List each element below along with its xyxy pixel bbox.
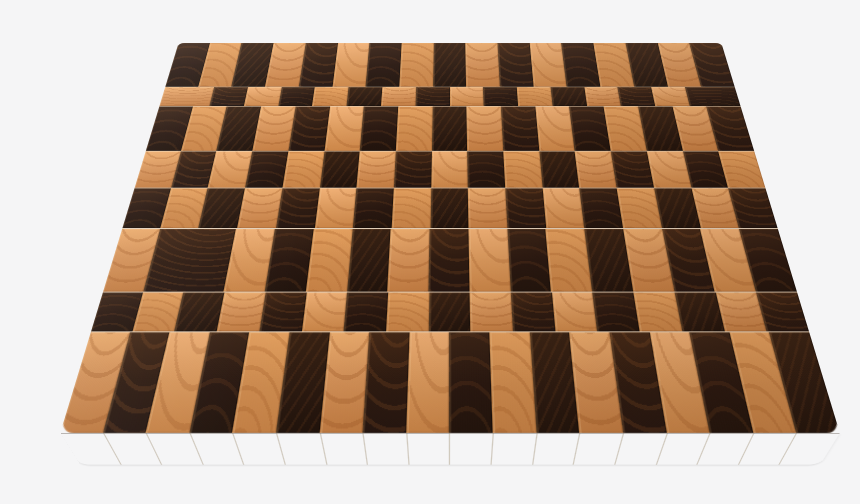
board-cell-walnut	[265, 229, 314, 292]
board-row	[103, 228, 797, 291]
board-cell-maple	[396, 107, 433, 151]
board-cell-maple	[314, 188, 356, 228]
board-cell-walnut	[143, 229, 236, 292]
board-cell-walnut	[449, 333, 492, 433]
board-cell-maple	[217, 292, 266, 331]
board-cell-walnut	[259, 292, 306, 331]
board-cell-maple	[575, 151, 617, 187]
board-cell-maple	[569, 333, 623, 433]
front-stripe-walnut	[276, 434, 326, 465]
board-cell-maple	[406, 333, 449, 433]
board-cell-walnut	[430, 188, 469, 228]
board-cell-walnut	[433, 43, 467, 87]
board-cell-maple	[651, 87, 689, 106]
board-row	[60, 332, 840, 433]
board-cell-walnut	[278, 87, 315, 106]
board-cell-maple	[715, 292, 766, 331]
board-cell-walnut	[593, 292, 640, 331]
board-cell-walnut	[432, 107, 468, 151]
board-cell-walnut	[511, 292, 555, 331]
board-top-face	[60, 43, 840, 433]
board-cell-maple	[467, 107, 504, 151]
board-cell-walnut	[199, 188, 245, 228]
board-cell-walnut	[756, 292, 809, 331]
board-cell-maple	[542, 188, 584, 228]
board-cell-maple	[517, 87, 553, 106]
board-cell-maple	[701, 229, 756, 292]
board-cell-walnut	[618, 87, 656, 106]
board-cell-walnut	[550, 87, 586, 106]
front-stripe-maple	[491, 434, 536, 465]
board-cell-walnut	[609, 333, 666, 433]
board-cell-maple	[306, 229, 353, 292]
board-cell-walnut	[394, 151, 432, 187]
board-cell-walnut	[580, 188, 624, 228]
board-cell-maple	[634, 292, 683, 331]
board-cell-maple	[649, 333, 709, 433]
board-cell-maple	[503, 151, 542, 187]
board-cell-maple	[159, 87, 214, 106]
board-cell-maple	[552, 292, 598, 331]
board-cell-walnut	[501, 107, 539, 151]
board-cell-maple	[388, 229, 430, 292]
board-cell-walnut	[353, 188, 394, 228]
board-cell-maple	[489, 333, 536, 433]
board-cell-maple	[450, 87, 484, 106]
front-stripe-maple	[406, 434, 449, 465]
board-cell-walnut	[276, 188, 320, 228]
board-row	[146, 106, 754, 150]
board-cell-walnut	[428, 292, 470, 331]
board-cell-maple	[301, 292, 347, 331]
board-row	[135, 150, 766, 187]
board-cell-maple	[470, 292, 513, 331]
board-cell-walnut	[539, 151, 579, 187]
front-stripe-walnut	[532, 434, 580, 465]
board-cell-maple	[237, 188, 282, 228]
board-cell-maple	[431, 151, 468, 187]
board-cell-maple	[244, 87, 282, 106]
board-row	[91, 292, 809, 332]
board-cell-maple	[546, 229, 593, 292]
board-cell-walnut	[467, 151, 505, 187]
board-cell-maple	[623, 229, 674, 292]
board-cell-walnut	[685, 87, 741, 106]
board-cell-walnut	[189, 333, 249, 433]
board-cell-maple	[392, 188, 431, 228]
board-cell-maple	[729, 333, 796, 433]
board-row	[122, 187, 777, 228]
board-cell-walnut	[347, 87, 383, 106]
board-row	[165, 43, 734, 87]
board-cell-maple	[466, 43, 500, 87]
board-cell-maple	[146, 333, 210, 433]
board-cell-maple	[584, 87, 621, 106]
board-cell-walnut	[299, 43, 338, 87]
board-row	[159, 87, 740, 107]
front-stripe-walnut	[449, 434, 492, 465]
board-cell-walnut	[363, 333, 410, 433]
board-cell-maple	[324, 107, 364, 151]
board-cell-walnut	[739, 229, 797, 292]
board-cell-walnut	[288, 107, 329, 151]
board-cell-walnut	[91, 292, 143, 331]
board-cell-walnut	[360, 107, 398, 151]
photo-background	[0, 0, 860, 504]
board-cell-walnut	[102, 333, 169, 433]
board-cell-walnut	[584, 229, 633, 292]
board-cell-walnut	[497, 43, 533, 87]
board-cell-walnut	[415, 87, 449, 106]
front-stripe-walnut	[363, 434, 409, 465]
board-cell-walnut	[689, 333, 753, 433]
board-cell-maple	[282, 151, 324, 187]
board-cell-maple	[319, 333, 369, 433]
board-cell-maple	[399, 43, 433, 87]
board-cell-walnut	[319, 151, 359, 187]
board-cell-walnut	[662, 229, 715, 292]
board-cell-walnut	[209, 87, 247, 106]
board-cell-maple	[535, 107, 575, 151]
board-cell-maple	[224, 229, 275, 292]
board-cell-maple	[60, 333, 129, 433]
board-cell-walnut	[344, 292, 388, 331]
board-cell-maple	[468, 188, 507, 228]
board-cell-walnut	[428, 229, 469, 292]
board-cell-maple	[103, 229, 160, 292]
board-cell-maple	[468, 229, 510, 292]
board-cell-walnut	[122, 188, 170, 228]
board-cell-walnut	[483, 87, 518, 106]
board-cell-maple	[357, 151, 396, 187]
board-front-face	[60, 433, 840, 465]
board-cell-maple	[233, 333, 290, 433]
board-cell-maple	[332, 43, 369, 87]
board-cell-walnut	[769, 333, 839, 433]
board-cell-walnut	[174, 292, 224, 331]
cutting-board	[60, 43, 840, 433]
board-cell-maple	[381, 87, 416, 106]
board-cell-walnut	[505, 188, 546, 228]
board-cell-walnut	[245, 151, 288, 187]
front-stripe-maple	[319, 434, 367, 465]
board-cell-walnut	[347, 229, 391, 292]
board-cell-walnut	[529, 333, 579, 433]
board-cell-maple	[386, 292, 429, 331]
board-cell-walnut	[728, 188, 777, 228]
board-cell-walnut	[674, 292, 724, 331]
board-cell-walnut	[276, 333, 330, 433]
board-cell-walnut	[366, 43, 402, 87]
board-cell-maple	[312, 87, 348, 106]
board-cell-walnut	[507, 229, 551, 292]
board-cell-maple	[132, 292, 183, 331]
